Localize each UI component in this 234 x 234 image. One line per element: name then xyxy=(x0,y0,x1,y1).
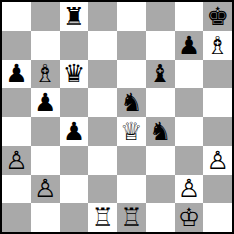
square-a3[interactable]: ♙ xyxy=(2,146,31,175)
square-f4[interactable]: ♞ xyxy=(146,117,175,146)
square-d4[interactable] xyxy=(88,117,117,146)
square-g1[interactable]: ♔ xyxy=(175,203,204,232)
square-g7[interactable]: ♟ xyxy=(175,31,204,60)
square-e5[interactable]: ♞ xyxy=(117,88,146,117)
square-a6[interactable]: ♟ xyxy=(2,60,31,89)
square-f8[interactable] xyxy=(146,2,175,31)
square-d7[interactable] xyxy=(88,31,117,60)
square-d1[interactable]: ♖ xyxy=(88,203,117,232)
square-e2[interactable] xyxy=(117,175,146,204)
square-c4[interactable]: ♟ xyxy=(60,117,89,146)
square-g2[interactable]: ♙ xyxy=(175,175,204,204)
square-a5[interactable] xyxy=(2,88,31,117)
piece-wP-h3[interactable]: ♙ xyxy=(206,148,228,173)
square-h8[interactable]: ♚ xyxy=(203,2,232,31)
piece-bP-b5[interactable]: ♟ xyxy=(34,90,56,115)
square-b8[interactable] xyxy=(31,2,60,31)
square-d2[interactable] xyxy=(88,175,117,204)
piece-wQ-e4[interactable]: ♕ xyxy=(120,119,142,144)
square-b5[interactable]: ♟ xyxy=(31,88,60,117)
square-h4[interactable] xyxy=(203,117,232,146)
piece-bR-c8[interactable]: ♜ xyxy=(63,4,85,29)
square-d3[interactable] xyxy=(88,146,117,175)
square-c5[interactable] xyxy=(60,88,89,117)
square-g8[interactable] xyxy=(175,2,204,31)
piece-bP-c4[interactable]: ♟ xyxy=(63,119,85,144)
square-g4[interactable] xyxy=(175,117,204,146)
square-f5[interactable] xyxy=(146,88,175,117)
square-g3[interactable] xyxy=(175,146,204,175)
square-b2[interactable]: ♙ xyxy=(31,175,60,204)
square-b7[interactable] xyxy=(31,31,60,60)
piece-wB-b6[interactable]: ♗ xyxy=(34,61,56,86)
piece-bP-g7[interactable]: ♟ xyxy=(178,33,200,58)
piece-wP-a3[interactable]: ♙ xyxy=(5,148,27,173)
square-c7[interactable] xyxy=(60,31,89,60)
square-f3[interactable] xyxy=(146,146,175,175)
square-d6[interactable] xyxy=(88,60,117,89)
square-h6[interactable] xyxy=(203,60,232,89)
square-d5[interactable] xyxy=(88,88,117,117)
piece-wP-g2[interactable]: ♙ xyxy=(178,176,200,201)
square-a8[interactable] xyxy=(2,2,31,31)
piece-wR-e1[interactable]: ♖ xyxy=(120,205,142,230)
square-h3[interactable]: ♙ xyxy=(203,146,232,175)
piece-bQ-c6[interactable]: ♛ xyxy=(63,61,85,86)
square-f7[interactable] xyxy=(146,31,175,60)
square-h1[interactable] xyxy=(203,203,232,232)
square-h2[interactable] xyxy=(203,175,232,204)
square-e3[interactable] xyxy=(117,146,146,175)
square-e7[interactable] xyxy=(117,31,146,60)
piece-bB-f6[interactable]: ♝ xyxy=(149,61,171,86)
chess-board: ♜♚♟♗♟♗♛♝♟♞♟♕♞♙♙♙♙♖♖♔ xyxy=(0,0,234,234)
square-a1[interactable] xyxy=(2,203,31,232)
square-c8[interactable]: ♜ xyxy=(60,2,89,31)
square-c3[interactable] xyxy=(60,146,89,175)
square-f2[interactable] xyxy=(146,175,175,204)
square-f1[interactable] xyxy=(146,203,175,232)
square-a2[interactable] xyxy=(2,175,31,204)
square-g5[interactable] xyxy=(175,88,204,117)
square-g6[interactable] xyxy=(175,60,204,89)
piece-wK-g1[interactable]: ♔ xyxy=(178,205,200,230)
square-e4[interactable]: ♕ xyxy=(117,117,146,146)
square-c6[interactable]: ♛ xyxy=(60,60,89,89)
square-b3[interactable] xyxy=(31,146,60,175)
square-f6[interactable]: ♝ xyxy=(146,60,175,89)
piece-bN-e5[interactable]: ♞ xyxy=(120,90,142,115)
piece-wP-b2[interactable]: ♙ xyxy=(34,176,56,201)
square-e8[interactable] xyxy=(117,2,146,31)
piece-bP-a6[interactable]: ♟ xyxy=(5,61,27,86)
piece-wB-h7[interactable]: ♗ xyxy=(206,33,228,58)
square-d8[interactable] xyxy=(88,2,117,31)
square-h7[interactable]: ♗ xyxy=(203,31,232,60)
piece-wR-d1[interactable]: ♖ xyxy=(91,205,113,230)
square-b1[interactable] xyxy=(31,203,60,232)
square-a4[interactable] xyxy=(2,117,31,146)
piece-bK-h8[interactable]: ♚ xyxy=(206,4,228,29)
square-c1[interactable] xyxy=(60,203,89,232)
square-a7[interactable] xyxy=(2,31,31,60)
square-h5[interactable] xyxy=(203,88,232,117)
square-b4[interactable] xyxy=(31,117,60,146)
square-e1[interactable]: ♖ xyxy=(117,203,146,232)
square-b6[interactable]: ♗ xyxy=(31,60,60,89)
piece-bN-f4[interactable]: ♞ xyxy=(149,119,171,144)
square-c2[interactable] xyxy=(60,175,89,204)
square-e6[interactable] xyxy=(117,60,146,89)
